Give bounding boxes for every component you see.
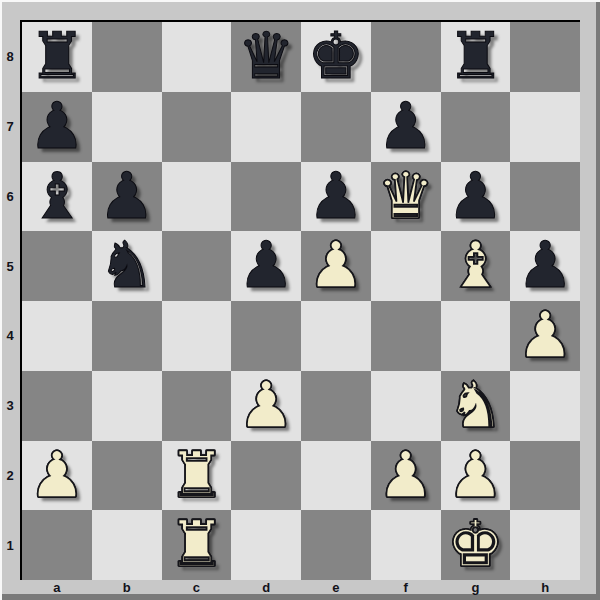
file-label-e: e bbox=[301, 580, 371, 595]
piece-black-pawn: ♟ bbox=[377, 92, 434, 162]
file-label-d: d bbox=[231, 580, 301, 595]
rank-label-1: 1 bbox=[0, 510, 20, 580]
square-b4[interactable] bbox=[92, 301, 162, 371]
square-f1[interactable] bbox=[371, 510, 441, 580]
rank-label-3: 3 bbox=[0, 371, 20, 441]
square-d4[interactable] bbox=[231, 301, 301, 371]
square-c7[interactable] bbox=[162, 92, 232, 162]
square-a4[interactable] bbox=[22, 301, 92, 371]
square-h4[interactable]: ♟ bbox=[510, 301, 580, 371]
square-c1[interactable]: ♜ bbox=[162, 510, 232, 580]
square-a8[interactable]: ♜ bbox=[22, 22, 92, 92]
piece-black-king: ♚ bbox=[307, 22, 364, 92]
square-f2[interactable]: ♟ bbox=[371, 441, 441, 511]
square-a2[interactable]: ♟ bbox=[22, 441, 92, 511]
square-g1[interactable]: ♚ bbox=[441, 510, 511, 580]
square-d6[interactable] bbox=[231, 162, 301, 232]
piece-black-queen: ♛ bbox=[237, 22, 294, 92]
board: ♜♛♚♜♟♟♝♟♟♛♟♞♟♟♝♟♟♟♞♟♜♟♟♜♚ bbox=[20, 20, 580, 580]
piece-black-knight: ♞ bbox=[98, 231, 155, 301]
square-c6[interactable] bbox=[162, 162, 232, 232]
piece-white-pawn: ♟ bbox=[516, 301, 573, 371]
piece-white-bishop: ♝ bbox=[447, 231, 504, 301]
square-b2[interactable] bbox=[92, 441, 162, 511]
square-g7[interactable] bbox=[441, 92, 511, 162]
square-f6[interactable]: ♛ bbox=[371, 162, 441, 232]
rank-label-5: 5 bbox=[0, 231, 20, 301]
square-d1[interactable] bbox=[231, 510, 301, 580]
square-f3[interactable] bbox=[371, 371, 441, 441]
square-a7[interactable]: ♟ bbox=[22, 92, 92, 162]
square-h6[interactable] bbox=[510, 162, 580, 232]
square-c8[interactable] bbox=[162, 22, 232, 92]
piece-black-pawn: ♟ bbox=[516, 231, 573, 301]
square-g4[interactable] bbox=[441, 301, 511, 371]
rank-label-8: 8 bbox=[0, 22, 20, 92]
square-e8[interactable]: ♚ bbox=[301, 22, 371, 92]
square-h8[interactable] bbox=[510, 22, 580, 92]
square-f7[interactable]: ♟ bbox=[371, 92, 441, 162]
square-e6[interactable]: ♟ bbox=[301, 162, 371, 232]
square-c3[interactable] bbox=[162, 371, 232, 441]
square-f4[interactable] bbox=[371, 301, 441, 371]
piece-black-pawn: ♟ bbox=[237, 231, 294, 301]
square-f5[interactable] bbox=[371, 231, 441, 301]
square-g8[interactable]: ♜ bbox=[441, 22, 511, 92]
square-e5[interactable]: ♟ bbox=[301, 231, 371, 301]
square-b6[interactable]: ♟ bbox=[92, 162, 162, 232]
square-d5[interactable]: ♟ bbox=[231, 231, 301, 301]
square-a6[interactable]: ♝ bbox=[22, 162, 92, 232]
file-label-c: c bbox=[162, 580, 232, 595]
piece-black-pawn: ♟ bbox=[28, 92, 85, 162]
square-g3[interactable]: ♞ bbox=[441, 371, 511, 441]
square-d7[interactable] bbox=[231, 92, 301, 162]
file-label-a: a bbox=[22, 580, 92, 595]
square-a3[interactable] bbox=[22, 371, 92, 441]
file-label-b: b bbox=[92, 580, 162, 595]
square-d8[interactable]: ♛ bbox=[231, 22, 301, 92]
file-labels: abcdefgh bbox=[22, 580, 580, 595]
square-b5[interactable]: ♞ bbox=[92, 231, 162, 301]
piece-black-pawn: ♟ bbox=[98, 162, 155, 232]
rank-label-6: 6 bbox=[0, 162, 20, 232]
square-g5[interactable]: ♝ bbox=[441, 231, 511, 301]
rank-label-2: 2 bbox=[0, 441, 20, 511]
square-e4[interactable] bbox=[301, 301, 371, 371]
square-h2[interactable] bbox=[510, 441, 580, 511]
file-label-g: g bbox=[441, 580, 511, 595]
piece-white-knight: ♞ bbox=[447, 371, 504, 441]
square-d3[interactable]: ♟ bbox=[231, 371, 301, 441]
square-f8[interactable] bbox=[371, 22, 441, 92]
file-label-h: h bbox=[510, 580, 580, 595]
piece-black-rook: ♜ bbox=[28, 22, 85, 92]
square-h5[interactable]: ♟ bbox=[510, 231, 580, 301]
piece-black-pawn: ♟ bbox=[447, 162, 504, 232]
square-b8[interactable] bbox=[92, 22, 162, 92]
piece-white-rook: ♜ bbox=[168, 510, 225, 580]
file-label-f: f bbox=[371, 580, 441, 595]
piece-white-pawn: ♟ bbox=[237, 371, 294, 441]
square-a5[interactable] bbox=[22, 231, 92, 301]
square-g2[interactable]: ♟ bbox=[441, 441, 511, 511]
piece-white-king: ♚ bbox=[447, 510, 504, 580]
piece-white-pawn: ♟ bbox=[447, 441, 504, 511]
piece-white-pawn: ♟ bbox=[307, 231, 364, 301]
square-d2[interactable] bbox=[231, 441, 301, 511]
square-h7[interactable] bbox=[510, 92, 580, 162]
square-g6[interactable]: ♟ bbox=[441, 162, 511, 232]
piece-white-rook: ♜ bbox=[168, 441, 225, 511]
square-c2[interactable]: ♜ bbox=[162, 441, 232, 511]
piece-white-queen: ♛ bbox=[377, 162, 434, 232]
square-e7[interactable] bbox=[301, 92, 371, 162]
square-e1[interactable] bbox=[301, 510, 371, 580]
piece-black-rook: ♜ bbox=[447, 22, 504, 92]
square-e2[interactable] bbox=[301, 441, 371, 511]
piece-white-pawn: ♟ bbox=[377, 441, 434, 511]
piece-black-bishop: ♝ bbox=[28, 162, 85, 232]
square-h3[interactable] bbox=[510, 371, 580, 441]
square-a1[interactable] bbox=[22, 510, 92, 580]
square-e3[interactable] bbox=[301, 371, 371, 441]
square-h1[interactable] bbox=[510, 510, 580, 580]
rank-labels: 87654321 bbox=[0, 22, 20, 580]
rank-label-7: 7 bbox=[0, 92, 20, 162]
square-b7[interactable] bbox=[92, 92, 162, 162]
piece-white-pawn: ♟ bbox=[28, 441, 85, 511]
board-frame: 87654321 abcdefgh ♜♛♚♜♟♟♝♟♟♛♟♞♟♟♝♟♟♟♞♟♜♟… bbox=[0, 0, 600, 600]
piece-black-pawn: ♟ bbox=[307, 162, 364, 232]
square-c4[interactable] bbox=[162, 301, 232, 371]
square-b1[interactable] bbox=[92, 510, 162, 580]
rank-label-4: 4 bbox=[0, 301, 20, 371]
square-b3[interactable] bbox=[92, 371, 162, 441]
square-c5[interactable] bbox=[162, 231, 232, 301]
